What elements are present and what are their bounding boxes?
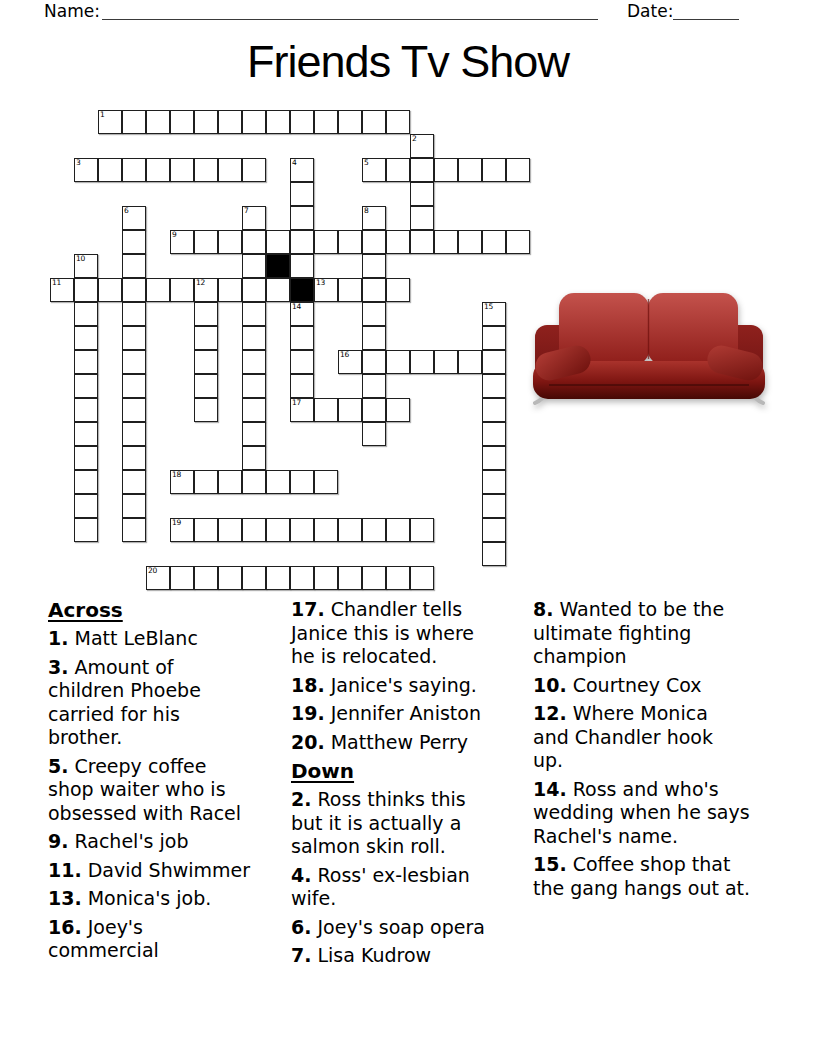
grid-cell-r8c13[interactable]	[362, 302, 386, 326]
grid-cell-r8c8[interactable]	[242, 302, 266, 326]
clue-down-8: 8. Wanted to be the ultimate fighting ch…	[533, 598, 775, 669]
grid-cell-r10c8[interactable]	[242, 350, 266, 374]
clue-number: 19.	[291, 702, 325, 724]
grid-cell-r17c14[interactable]	[386, 518, 410, 542]
grid-cell-r10c17[interactable]	[458, 350, 482, 374]
across-heading: Across	[48, 598, 286, 622]
grid-cell-r4c8[interactable]: 7	[242, 206, 266, 230]
grid-cell-r17c10[interactable]	[290, 518, 314, 542]
grid-cell-r19c15[interactable]	[410, 566, 434, 590]
clue-across-19: 19. Jennifer Aniston	[291, 702, 525, 726]
grid-cell-r4c15[interactable]	[410, 206, 434, 230]
grid-cell-r5c12[interactable]	[338, 230, 362, 254]
clue-column-3: 8. Wanted to be the ultimate fighting ch…	[533, 598, 775, 905]
grid-cell-r19c4[interactable]: 20	[146, 566, 170, 590]
cell-number-4: 4	[292, 159, 296, 167]
grid-cell-r16c3[interactable]	[122, 494, 146, 518]
grid-cell-r19c13[interactable]	[362, 566, 386, 590]
grid-cell-r10c1[interactable]	[74, 350, 98, 374]
grid-cell-r7c8[interactable]	[242, 278, 266, 302]
grid-cell-r0c12[interactable]	[338, 110, 362, 134]
grid-cell-r0c9[interactable]	[266, 110, 290, 134]
cell-number-3: 3	[76, 159, 80, 167]
grid-cell-r6c1[interactable]: 10	[74, 254, 98, 278]
clue-down-2: 2. Ross thinks this but it is actually a…	[291, 788, 525, 859]
grid-cell-r15c10[interactable]	[290, 470, 314, 494]
grid-cell-r2c5[interactable]	[170, 158, 194, 182]
cell-number-20: 20	[148, 567, 157, 575]
grid-cell-r2c1[interactable]: 3	[74, 158, 98, 182]
cell-number-11: 11	[52, 279, 61, 287]
grid-cell-r0c2[interactable]: 1	[98, 110, 122, 134]
clue-down-15: 15. Coffee shop that the gang hangs out …	[533, 853, 775, 900]
grid-cell-r5c7[interactable]	[218, 230, 242, 254]
clue-text: Matt LeBlanc	[68, 627, 197, 649]
clue-across-1: 1. Matt LeBlanc	[48, 627, 286, 651]
grid-cell-r8c3[interactable]	[122, 302, 146, 326]
grid-cell-r12c12[interactable]	[338, 398, 362, 422]
grid-cell-r13c8[interactable]	[242, 422, 266, 446]
clue-text: Ross thinks this but it is actually a sa…	[291, 788, 466, 857]
clue-number: 8.	[533, 598, 553, 620]
grid-cell-r10c18[interactable]	[482, 350, 506, 374]
grid-cell-r10c12[interactable]: 16	[338, 350, 362, 374]
grid-cell-r2c16[interactable]	[434, 158, 458, 182]
grid-cell-r6c3[interactable]	[122, 254, 146, 278]
grid-cell-r9c6[interactable]	[194, 326, 218, 350]
grid-cell-r7c11[interactable]: 13	[314, 278, 338, 302]
grid-cell-r15c5[interactable]: 18	[170, 470, 194, 494]
clue-number: 13.	[48, 887, 82, 909]
grid-cell-r7c13[interactable]	[362, 278, 386, 302]
grid-cell-r0c4[interactable]	[146, 110, 170, 134]
clue-number: 12.	[533, 702, 567, 724]
grid-cell-r11c3[interactable]	[122, 374, 146, 398]
clue-across-11: 11. David Shwimmer	[48, 859, 286, 883]
grid-cell-r14c3[interactable]	[122, 446, 146, 470]
grid-cell-r10c10[interactable]	[290, 350, 314, 374]
grid-cell-r10c15[interactable]	[410, 350, 434, 374]
red-couch-illustration	[533, 287, 765, 405]
grid-cell-r19c12[interactable]	[338, 566, 362, 590]
grid-cell-r5c14[interactable]	[386, 230, 410, 254]
grid-cell-r14c18[interactable]	[482, 446, 506, 470]
cell-number-17: 17	[292, 399, 301, 407]
grid-cell-r7c2[interactable]	[98, 278, 122, 302]
grid-cell-r15c18[interactable]	[482, 470, 506, 494]
grid-cell-r7c0[interactable]: 11	[50, 278, 74, 302]
grid-cell-r5c19[interactable]	[506, 230, 530, 254]
clue-across-20: 20. Matthew Perry	[291, 731, 525, 755]
grid-cell-r10c16[interactable]	[434, 350, 458, 374]
clue-text: Janice's saying.	[325, 674, 477, 696]
clue-text: David Shwimmer	[82, 859, 250, 881]
clue-across-3: 3. Amount of children Phoebe carried for…	[48, 656, 286, 750]
grid-cell-r13c3[interactable]	[122, 422, 146, 446]
grid-cell-r17c5[interactable]: 19	[170, 518, 194, 542]
grid-cell-r11c6[interactable]	[194, 374, 218, 398]
grid-cell-r2c3[interactable]	[122, 158, 146, 182]
clue-text: Monica's job.	[82, 887, 212, 909]
grid-cell-r9c13[interactable]	[362, 326, 386, 350]
clue-down-14: 14. Ross and who's wedding when he says …	[533, 778, 775, 849]
grid-cell-r15c9[interactable]	[266, 470, 290, 494]
grid-cell-r2c2[interactable]	[98, 158, 122, 182]
grid-cell-r10c6[interactable]	[194, 350, 218, 374]
grid-cell-r11c1[interactable]	[74, 374, 98, 398]
clue-text: Matthew Perry	[325, 731, 468, 753]
grid-cell-r2c19[interactable]	[506, 158, 530, 182]
grid-cell-r8c1[interactable]	[74, 302, 98, 326]
grid-cell-r17c11[interactable]	[314, 518, 338, 542]
grid-cell-r2c13[interactable]: 5	[362, 158, 386, 182]
grid-cell-r12c6[interactable]	[194, 398, 218, 422]
grid-cell-r13c13[interactable]	[362, 422, 386, 446]
clue-number: 9.	[48, 830, 68, 852]
clue-text: Courtney Cox	[567, 674, 702, 696]
cell-number-1: 1	[100, 111, 104, 119]
clue-number: 6.	[291, 916, 311, 938]
grid-cell-r2c15[interactable]	[410, 158, 434, 182]
grid-cell-r4c13[interactable]: 8	[362, 206, 386, 230]
grid-cell-r6c10[interactable]	[290, 254, 314, 278]
grid-cell-r15c11[interactable]	[314, 470, 338, 494]
name-blank-line	[102, 19, 598, 20]
grid-cell-r5c15[interactable]	[410, 230, 434, 254]
clue-number: 18.	[291, 674, 325, 696]
clue-across-16: 16. Joey's commercial	[48, 916, 286, 963]
clue-down-4: 4. Ross' ex-lesbian wife.	[291, 864, 525, 911]
cell-number-14: 14	[292, 303, 301, 311]
grid-cell-r7c4[interactable]	[146, 278, 170, 302]
grid-cell-r10c14[interactable]	[386, 350, 410, 374]
grid-cell-r12c18[interactable]	[482, 398, 506, 422]
grid-cell-r9c1[interactable]	[74, 326, 98, 350]
clue-across-13: 13. Monica's job.	[48, 887, 286, 911]
grid-cell-r15c8[interactable]	[242, 470, 266, 494]
clue-column-2: 17. Chandler tells Janice this is where …	[291, 598, 525, 973]
clue-down-6: 6. Joey's soap opera	[291, 916, 525, 940]
grid-cell-r12c13[interactable]	[362, 398, 386, 422]
grid-cell-r19c11[interactable]	[314, 566, 338, 590]
grid-cell-r7c6[interactable]: 12	[194, 278, 218, 302]
date-label: Date:	[627, 1, 673, 21]
grid-cell-r2c7[interactable]	[218, 158, 242, 182]
clue-number: 4.	[291, 864, 311, 886]
grid-cell-r19c6[interactable]	[194, 566, 218, 590]
grid-cell-r12c1[interactable]	[74, 398, 98, 422]
grid-cell-r2c8[interactable]	[242, 158, 266, 182]
clue-number: 1.	[48, 627, 68, 649]
clue-text: Ross' ex-lesbian wife.	[291, 864, 470, 910]
grid-cell-r17c13[interactable]	[362, 518, 386, 542]
grid-cell-r17c18[interactable]	[482, 518, 506, 542]
grid-cell-r15c3[interactable]	[122, 470, 146, 494]
grid-cell-r3c10[interactable]	[290, 182, 314, 206]
grid-cell-r19c7[interactable]	[218, 566, 242, 590]
clue-text: Amount of children Phoebe carried for hi…	[48, 656, 201, 749]
grid-cell-r2c17[interactable]	[458, 158, 482, 182]
grid-cell-r0c7[interactable]	[218, 110, 242, 134]
grid-cell-r17c3[interactable]	[122, 518, 146, 542]
grid-cell-r5c6[interactable]	[194, 230, 218, 254]
grid-cell-r7c1[interactable]	[74, 278, 98, 302]
grid-cell-r10c3[interactable]	[122, 350, 146, 374]
cell-number-10: 10	[76, 255, 85, 263]
grid-cell-r0c5[interactable]	[170, 110, 194, 134]
grid-cell-r14c8[interactable]	[242, 446, 266, 470]
clue-number: 11.	[48, 859, 82, 881]
clue-number: 5.	[48, 755, 68, 777]
grid-cell-r19c10[interactable]	[290, 566, 314, 590]
down-heading: Down	[291, 759, 525, 783]
grid-cell-r6c8[interactable]	[242, 254, 266, 278]
grid-cell-r17c8[interactable]	[242, 518, 266, 542]
grid-cell-r2c6[interactable]	[194, 158, 218, 182]
clue-number: 2.	[291, 788, 311, 810]
clue-text: Rachel's job	[68, 830, 188, 852]
clue-number: 10.	[533, 674, 567, 696]
grid-cell-r12c14[interactable]	[386, 398, 410, 422]
grid-cell-r9c18[interactable]	[482, 326, 506, 350]
clue-number: 17.	[291, 598, 325, 620]
cell-number-15: 15	[484, 303, 493, 311]
grid-cell-r8c18[interactable]: 15	[482, 302, 506, 326]
grid-cell-r9c10[interactable]	[290, 326, 314, 350]
grid-cell-r11c13[interactable]	[362, 374, 386, 398]
grid-cell-r19c14[interactable]	[386, 566, 410, 590]
grid-cell-r0c13[interactable]	[362, 110, 386, 134]
grid-cell-r0c6[interactable]	[194, 110, 218, 134]
grid-cell-r0c10[interactable]	[290, 110, 314, 134]
crossword-grid: 1234567891011121314151617181920	[50, 110, 530, 590]
clue-number: 16.	[48, 916, 82, 938]
grid-cell-r5c16[interactable]	[434, 230, 458, 254]
grid-cell-r5c11[interactable]	[314, 230, 338, 254]
grid-cell-r2c10[interactable]: 4	[290, 158, 314, 182]
grid-cell-r7c7[interactable]	[218, 278, 242, 302]
page-title: Friends Tv Show	[0, 36, 816, 88]
grid-cell-r11c10[interactable]	[290, 374, 314, 398]
grid-cell-r7c12[interactable]	[338, 278, 362, 302]
clue-number: 20.	[291, 731, 325, 753]
grid-cell-r19c9[interactable]	[266, 566, 290, 590]
clue-text: Creepy coffee shop waiter who is obsesse…	[48, 755, 241, 824]
grid-cell-r5c5[interactable]: 9	[170, 230, 194, 254]
grid-cell-r9c8[interactable]	[242, 326, 266, 350]
cell-number-9: 9	[172, 231, 176, 239]
cell-number-19: 19	[172, 519, 181, 527]
cell-number-2: 2	[412, 135, 416, 143]
name-label: Name:	[44, 1, 100, 21]
grid-cell-r5c8[interactable]	[242, 230, 266, 254]
grid-cell-r15c6[interactable]	[194, 470, 218, 494]
grid-cell-r5c9[interactable]	[266, 230, 290, 254]
grid-cell-r7c9[interactable]	[266, 278, 290, 302]
clue-down-7: 7. Lisa Kudrow	[291, 944, 525, 968]
grid-cell-r2c18[interactable]	[482, 158, 506, 182]
grid-cell-r5c10[interactable]	[290, 230, 314, 254]
grid-cell-r16c1[interactable]	[74, 494, 98, 518]
clue-down-10: 10. Courtney Cox	[533, 674, 775, 698]
grid-cell-r16c18[interactable]	[482, 494, 506, 518]
grid-cell-r1c15[interactable]: 2	[410, 134, 434, 158]
clue-column-1: Across1. Matt LeBlanc3. Amount of childr…	[48, 598, 286, 968]
clue-text: Lisa Kudrow	[311, 944, 431, 966]
clue-text: Joey's soap opera	[311, 916, 484, 938]
grid-cell-r5c18[interactable]	[482, 230, 506, 254]
grid-cell-r18c18[interactable]	[482, 542, 506, 566]
grid-cell-r7c3[interactable]	[122, 278, 146, 302]
grid-cell-r19c5[interactable]	[170, 566, 194, 590]
grid-cell-r17c9[interactable]	[266, 518, 290, 542]
grid-cell-r17c7[interactable]	[218, 518, 242, 542]
grid-cell-r0c14[interactable]	[386, 110, 410, 134]
grid-cell-r5c3[interactable]	[122, 230, 146, 254]
cell-number-8: 8	[364, 207, 368, 215]
clue-across-18: 18. Janice's saying.	[291, 674, 525, 698]
grid-cell-r13c1[interactable]	[74, 422, 98, 446]
grid-cell-r12c10[interactable]: 17	[290, 398, 314, 422]
grid-cell-r11c18[interactable]	[482, 374, 506, 398]
cell-number-7: 7	[244, 207, 248, 215]
clue-number: 7.	[291, 944, 311, 966]
grid-cell-r17c15[interactable]	[410, 518, 434, 542]
clue-number: 3.	[48, 656, 68, 678]
grid-cell-r3c15[interactable]	[410, 182, 434, 206]
grid-cell-r2c14[interactable]	[386, 158, 410, 182]
clue-down-12: 12. Where Monica and Chandler hook up.	[533, 702, 775, 773]
clue-number: 15.	[533, 853, 567, 875]
grid-cell-r0c11[interactable]	[314, 110, 338, 134]
grid-cell-r8c6[interactable]	[194, 302, 218, 326]
grid-cell-r17c1[interactable]	[74, 518, 98, 542]
grid-cell-r8c10[interactable]: 14	[290, 302, 314, 326]
date-blank-line	[673, 19, 739, 20]
grid-cell-r6c13[interactable]	[362, 254, 386, 278]
grid-cell-r13c18[interactable]	[482, 422, 506, 446]
clue-number: 14.	[533, 778, 567, 800]
grid-cell-r11c8[interactable]	[242, 374, 266, 398]
grid-cell-r15c7[interactable]	[218, 470, 242, 494]
cell-number-16: 16	[340, 351, 349, 359]
grid-cell-r14c1[interactable]	[74, 446, 98, 470]
black-cell-r6c9	[266, 254, 290, 278]
black-cell-r7c10	[290, 278, 314, 302]
grid-cell-r4c10[interactable]	[290, 206, 314, 230]
grid-cell-r17c12[interactable]	[338, 518, 362, 542]
grid-cell-r12c3[interactable]	[122, 398, 146, 422]
grid-cell-r5c13[interactable]	[362, 230, 386, 254]
grid-cell-r0c3[interactable]	[122, 110, 146, 134]
cell-number-5: 5	[364, 159, 368, 167]
grid-cell-r15c1[interactable]	[74, 470, 98, 494]
grid-cell-r4c3[interactable]: 6	[122, 206, 146, 230]
grid-cell-r7c5[interactable]	[170, 278, 194, 302]
clue-text: Jennifer Aniston	[325, 702, 481, 724]
clue-across-9: 9. Rachel's job	[48, 830, 286, 854]
cell-number-18: 18	[172, 471, 181, 479]
grid-cell-r9c3[interactable]	[122, 326, 146, 350]
cell-number-13: 13	[316, 279, 325, 287]
clue-text: Wanted to be the ultimate fighting champ…	[533, 598, 724, 667]
grid-cell-r12c11[interactable]	[314, 398, 338, 422]
cell-number-6: 6	[124, 207, 128, 215]
cell-number-12: 12	[196, 279, 205, 287]
grid-cell-r10c13[interactable]	[362, 350, 386, 374]
grid-cell-r0c8[interactable]	[242, 110, 266, 134]
grid-cell-r19c8[interactable]	[242, 566, 266, 590]
grid-cell-r17c6[interactable]	[194, 518, 218, 542]
clue-across-17: 17. Chandler tells Janice this is where …	[291, 598, 525, 669]
grid-cell-r12c8[interactable]	[242, 398, 266, 422]
grid-cell-r2c4[interactable]	[146, 158, 170, 182]
clue-across-5: 5. Creepy coffee shop waiter who is obse…	[48, 755, 286, 826]
grid-cell-r5c17[interactable]	[458, 230, 482, 254]
grid-cell-r7c14[interactable]	[386, 278, 410, 302]
